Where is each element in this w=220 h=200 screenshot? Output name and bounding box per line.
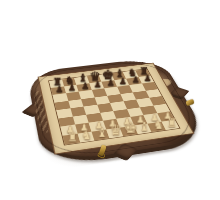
- square-c1: ♝: [91, 129, 108, 140]
- piece-black-pawn: ♟: [68, 84, 76, 93]
- piece-white-bishop: ♝: [96, 127, 107, 140]
- square-b1: ♞: [77, 131, 94, 142]
- product-photo: ♜♞♝♛♚♝♞♜♟♟♟♟♟♟♟♟♟♟♟♟♟♟♟♟♜♞♝♛♚♝♞♜: [0, 0, 220, 200]
- piece-black-pawn: ♟: [81, 82, 89, 91]
- square-g7: ♟: [126, 77, 142, 85]
- piece-white-queen: ♛: [110, 123, 123, 137]
- piece-white-rook: ♜: [167, 117, 178, 129]
- square-d1: ♛: [106, 127, 124, 138]
- chess-board-frame: ♜♞♝♛♚♝♞♜♟♟♟♟♟♟♟♟♟♟♟♟♟♟♟♟♜♞♝♛♚♝♞♜: [26, 57, 210, 165]
- piece-black-pawn: ♟: [55, 85, 63, 94]
- square-d5: [94, 96, 110, 105]
- piece-white-bishop: ♝: [139, 121, 150, 133]
- board-grid: ♜♞♝♛♚♝♞♜♟♟♟♟♟♟♟♟♟♟♟♟♟♟♟♟♜♞♝♛♚♝♞♜: [49, 69, 179, 145]
- square-e7: ♟: [101, 80, 116, 88]
- square-c7: ♟: [76, 83, 91, 92]
- piece-white-knight: ♞: [82, 129, 93, 141]
- square-f5: [120, 92, 136, 101]
- piece-black-pawn: ♟: [144, 74, 152, 83]
- board-tilt: ♜♞♝♛♚♝♞♜♟♟♟♟♟♟♟♟♟♟♟♟♟♟♟♟♜♞♝♛♚♝♞♜: [26, 57, 210, 165]
- piece-white-rook: ♜: [67, 131, 78, 143]
- piece-black-pawn: ♟: [119, 77, 127, 86]
- square-a1: ♜: [63, 133, 80, 144]
- square-g1: ♞: [147, 121, 165, 132]
- square-f6: [117, 85, 133, 94]
- piece-black-pawn: ♟: [107, 79, 115, 88]
- piece-black-pawn: ♟: [132, 76, 140, 85]
- board-margin: ♜♞♝♛♚♝♞♜♟♟♟♟♟♟♟♟♟♟♟♟♟♟♟♟♜♞♝♛♚♝♞♜: [38, 63, 195, 155]
- piece-white-king: ♚: [124, 120, 138, 135]
- piece-white-knight: ♞: [153, 119, 164, 131]
- piece-black-pawn: ♟: [94, 81, 102, 90]
- square-h7: ♟: [138, 75, 154, 83]
- brass-clasp-right: [185, 99, 194, 106]
